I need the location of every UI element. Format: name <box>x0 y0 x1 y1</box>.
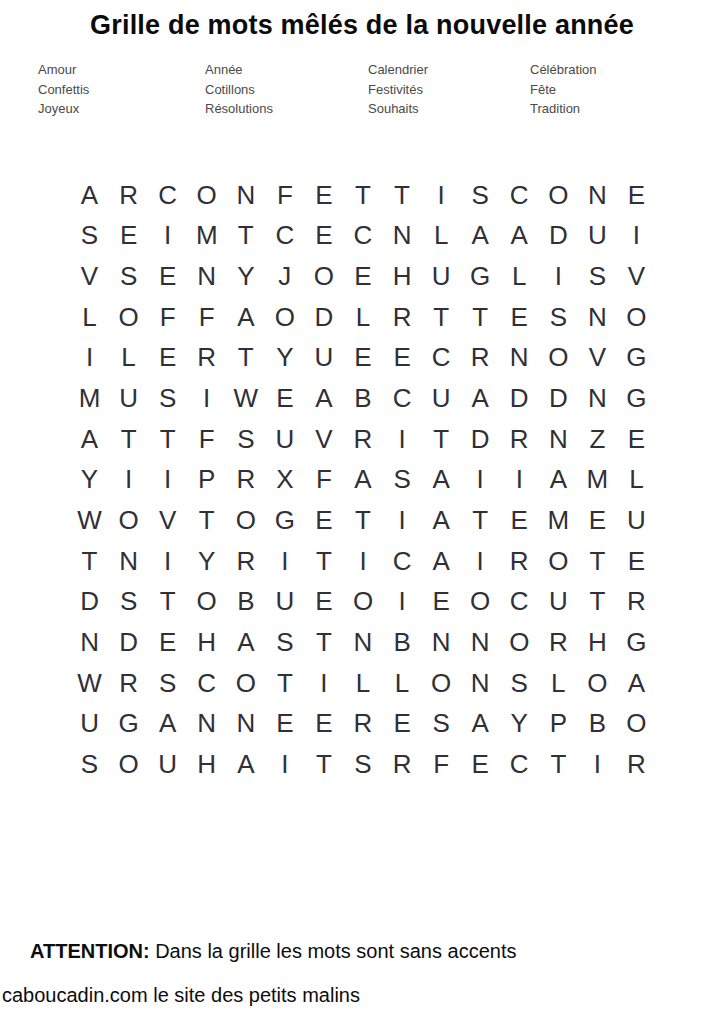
grid-cell[interactable]: N <box>187 256 226 297</box>
grid-cell[interactable]: T <box>383 175 422 216</box>
grid-cell[interactable]: S <box>383 460 422 501</box>
grid-cell[interactable]: U <box>304 338 343 379</box>
word-list-column: CélébrationFêteTradition <box>530 60 597 119</box>
grid-cell[interactable]: E <box>148 622 187 663</box>
page-title: Grille de mots mêlés de la nouvelle anné… <box>0 10 724 41</box>
grid-cell[interactable]: I <box>383 419 422 460</box>
grid-cell[interactable]: S <box>500 663 539 704</box>
grid-cell[interactable]: E <box>265 704 304 745</box>
grid-cell[interactable]: A <box>461 704 500 745</box>
grid-cell[interactable]: G <box>109 704 148 745</box>
grid-cell[interactable]: I <box>109 460 148 501</box>
grid-cell[interactable]: W <box>70 500 109 541</box>
grid-cell[interactable]: T <box>226 338 265 379</box>
grid-cell[interactable]: O <box>500 622 539 663</box>
grid-cell[interactable]: T <box>304 622 343 663</box>
word-list-column: CalendrierFestivitésSouhaits <box>368 60 428 119</box>
grid-cell[interactable]: E <box>383 338 422 379</box>
grid-cell[interactable]: O <box>461 582 500 623</box>
grid-cell[interactable]: R <box>461 338 500 379</box>
grid-cell[interactable]: T <box>343 500 382 541</box>
grid-cell[interactable]: I <box>383 582 422 623</box>
grid-cell[interactable]: I <box>304 663 343 704</box>
grid-cell[interactable]: E <box>617 419 656 460</box>
grid-cell[interactable]: O <box>187 582 226 623</box>
grid-cell[interactable]: E <box>343 256 382 297</box>
grid-cell[interactable]: L <box>70 297 109 338</box>
grid-cell[interactable]: N <box>70 622 109 663</box>
grid-cell[interactable]: R <box>226 460 265 501</box>
grid-cell[interactable]: I <box>265 541 304 582</box>
grid-cell[interactable]: I <box>500 460 539 501</box>
grid-cell[interactable]: D <box>500 378 539 419</box>
grid-cell[interactable]: G <box>265 500 304 541</box>
grid-cell[interactable]: I <box>539 256 578 297</box>
grid-cell[interactable]: F <box>265 175 304 216</box>
grid-cell[interactable]: M <box>539 500 578 541</box>
grid-cell[interactable]: V <box>148 500 187 541</box>
grid-cell[interactable]: T <box>265 663 304 704</box>
grid-cell[interactable]: B <box>226 582 265 623</box>
grid-cell[interactable]: T <box>422 297 461 338</box>
grid-cell[interactable]: O <box>226 500 265 541</box>
grid-cell[interactable]: E <box>343 338 382 379</box>
grid-cell[interactable]: V <box>304 419 343 460</box>
grid-cell[interactable]: E <box>109 216 148 257</box>
grid-cell[interactable]: U <box>148 744 187 785</box>
grid-cell[interactable]: U <box>422 378 461 419</box>
grid-cell[interactable]: L <box>617 460 656 501</box>
grid-cell[interactable]: L <box>343 297 382 338</box>
grid-cell[interactable]: S <box>148 663 187 704</box>
grid-cell[interactable]: U <box>109 378 148 419</box>
grid-cell[interactable]: N <box>226 704 265 745</box>
grid-cell[interactable]: H <box>187 744 226 785</box>
grid-cell[interactable]: T <box>461 297 500 338</box>
grid-cell[interactable]: R <box>343 704 382 745</box>
grid-cell[interactable]: S <box>461 175 500 216</box>
word-list: AmourConfettisJoyeuxAnnéeCotillonsRésolu… <box>0 60 724 120</box>
word-list-item: Année <box>205 60 273 80</box>
grid-cell[interactable]: R <box>226 541 265 582</box>
grid-cell[interactable]: F <box>187 297 226 338</box>
grid-cell[interactable]: I <box>343 541 382 582</box>
grid-cell[interactable]: A <box>226 744 265 785</box>
word-list-column: AnnéeCotillonsRésolutions <box>205 60 273 119</box>
grid-cell[interactable]: E <box>500 297 539 338</box>
grid-cell[interactable]: V <box>617 256 656 297</box>
grid-cell[interactable]: E <box>304 500 343 541</box>
grid-cell[interactable]: A <box>226 297 265 338</box>
grid-cell[interactable]: A <box>422 460 461 501</box>
grid-cell[interactable]: A <box>148 704 187 745</box>
grid-cell[interactable]: G <box>617 378 656 419</box>
grid-cell[interactable]: R <box>187 338 226 379</box>
grid-cell[interactable]: P <box>187 460 226 501</box>
grid-cell[interactable]: U <box>617 500 656 541</box>
grid-cell[interactable]: T <box>304 541 343 582</box>
grid-cell[interactable]: E <box>500 500 539 541</box>
grid-cell[interactable]: R <box>109 175 148 216</box>
grid-cell[interactable]: N <box>187 704 226 745</box>
grid-cell[interactable]: I <box>148 460 187 501</box>
grid-cell[interactable]: G <box>617 338 656 379</box>
grid-cell[interactable]: I <box>422 175 461 216</box>
grid-cell[interactable]: T <box>422 419 461 460</box>
grid-cell[interactable]: A <box>617 663 656 704</box>
word-list-item: Fête <box>530 80 597 100</box>
grid-cell[interactable]: O <box>539 541 578 582</box>
grid-cell[interactable]: T <box>343 175 382 216</box>
grid-cell[interactable]: S <box>148 378 187 419</box>
word-list-item: Tradition <box>530 99 597 119</box>
grid-cell[interactable]: W <box>70 663 109 704</box>
grid-cell[interactable]: I <box>578 744 617 785</box>
grid-cell[interactable]: N <box>500 338 539 379</box>
grid-cell[interactable]: R <box>343 419 382 460</box>
grid-cell[interactable]: O <box>109 297 148 338</box>
grid-cell[interactable]: N <box>383 216 422 257</box>
attention-label: ATTENTION: <box>30 940 150 962</box>
grid-cell[interactable]: R <box>500 419 539 460</box>
grid-cell[interactable]: S <box>578 256 617 297</box>
grid-cell[interactable]: G <box>461 256 500 297</box>
grid-cell[interactable]: F <box>304 460 343 501</box>
grid-cell[interactable]: U <box>578 216 617 257</box>
word-list-column: AmourConfettisJoyeux <box>38 60 89 119</box>
grid-cell[interactable]: P <box>539 704 578 745</box>
grid-cell[interactable]: H <box>187 622 226 663</box>
grid-cell[interactable]: E <box>461 744 500 785</box>
grid-cell[interactable]: O <box>187 175 226 216</box>
grid-cell[interactable]: O <box>422 663 461 704</box>
grid-cell[interactable]: O <box>109 744 148 785</box>
grid-cell[interactable]: S <box>265 622 304 663</box>
grid-cell[interactable]: M <box>187 216 226 257</box>
grid-cell[interactable]: C <box>187 663 226 704</box>
attention-note: ATTENTION: Dans la grille les mots sont … <box>30 940 516 963</box>
grid-cell[interactable]: R <box>539 622 578 663</box>
grid-cell[interactable]: I <box>148 541 187 582</box>
grid-cell[interactable]: S <box>70 216 109 257</box>
grid-cell[interactable]: E <box>304 582 343 623</box>
grid-cell[interactable]: U <box>70 704 109 745</box>
word-list-item: Célébration <box>530 60 597 80</box>
grid-cell[interactable]: X <box>265 460 304 501</box>
grid-cell[interactable]: C <box>500 175 539 216</box>
grid-cell[interactable]: N <box>343 622 382 663</box>
grid-cell[interactable]: D <box>461 419 500 460</box>
grid-cell[interactable]: O <box>304 256 343 297</box>
grid-cell[interactable]: C <box>383 541 422 582</box>
grid-cell[interactable]: Y <box>226 256 265 297</box>
grid-cell[interactable]: M <box>578 460 617 501</box>
grid-cell[interactable]: A <box>461 216 500 257</box>
grid-cell[interactable]: E <box>265 378 304 419</box>
word-list-item: Souhaits <box>368 99 428 119</box>
word-list-item: Cotillons <box>205 80 273 100</box>
grid-cell[interactable]: T <box>187 500 226 541</box>
grid-cell[interactable]: I <box>383 500 422 541</box>
grid-cell[interactable]: D <box>539 378 578 419</box>
grid-cell[interactable]: I <box>70 338 109 379</box>
grid-cell[interactable]: C <box>500 744 539 785</box>
grid-cell[interactable]: O <box>265 297 304 338</box>
grid-cell[interactable]: E <box>148 256 187 297</box>
grid-cell[interactable]: A <box>70 419 109 460</box>
grid-cell[interactable]: L <box>109 338 148 379</box>
grid-cell[interactable]: C <box>383 378 422 419</box>
grid-cell[interactable]: T <box>226 216 265 257</box>
grid-cell[interactable]: I <box>461 541 500 582</box>
grid-cell[interactable]: C <box>422 338 461 379</box>
grid-cell[interactable]: E <box>383 704 422 745</box>
grid-cell[interactable]: V <box>70 256 109 297</box>
word-list-item: Joyeux <box>38 99 89 119</box>
grid-cell[interactable]: I <box>187 378 226 419</box>
grid-cell[interactable]: C <box>265 216 304 257</box>
grid-cell[interactable]: E <box>304 175 343 216</box>
grid-cell[interactable]: O <box>109 500 148 541</box>
grid-cell[interactable]: L <box>500 256 539 297</box>
grid-cell[interactable]: O <box>539 175 578 216</box>
grid-cell[interactable]: T <box>578 541 617 582</box>
grid-cell[interactable]: T <box>539 744 578 785</box>
grid-cell[interactable]: A <box>539 460 578 501</box>
grid-cell[interactable]: A <box>226 622 265 663</box>
grid-cell[interactable]: Y <box>500 704 539 745</box>
grid-cell[interactable]: L <box>539 663 578 704</box>
grid-cell[interactable]: G <box>617 622 656 663</box>
grid-cell[interactable]: R <box>617 744 656 785</box>
grid-cell[interactable]: O <box>617 297 656 338</box>
grid-cell[interactable]: R <box>109 663 148 704</box>
grid-cell[interactable]: C <box>148 175 187 216</box>
grid-cell[interactable]: F <box>422 744 461 785</box>
grid-cell[interactable]: S <box>70 744 109 785</box>
grid-cell[interactable]: H <box>578 622 617 663</box>
grid-cell[interactable]: N <box>422 622 461 663</box>
word-list-item: Amour <box>38 60 89 80</box>
grid-cell[interactable]: T <box>70 541 109 582</box>
grid-cell[interactable]: O <box>343 582 382 623</box>
grid-cell[interactable]: A <box>422 541 461 582</box>
grid-cell[interactable]: O <box>226 663 265 704</box>
word-list-item: Calendrier <box>368 60 428 80</box>
grid-cell[interactable]: I <box>617 216 656 257</box>
grid-cell[interactable]: D <box>109 622 148 663</box>
grid-cell[interactable]: I <box>461 460 500 501</box>
grid-cell[interactable]: A <box>304 378 343 419</box>
grid-cell[interactable]: L <box>343 663 382 704</box>
grid-cell[interactable]: U <box>265 419 304 460</box>
grid-cell[interactable]: L <box>422 216 461 257</box>
grid-cell[interactable]: R <box>500 541 539 582</box>
word-search-grid: ARCONFETTISCONESEIMTCECNLAADUIVSENYJOEHU… <box>70 175 656 785</box>
grid-cell[interactable]: A <box>461 378 500 419</box>
grid-cell[interactable]: E <box>617 175 656 216</box>
grid-cell[interactable]: A <box>70 175 109 216</box>
grid-cell[interactable]: A <box>500 216 539 257</box>
grid-cell[interactable]: D <box>70 582 109 623</box>
word-list-item: Festivités <box>368 80 428 100</box>
grid-cell[interactable]: O <box>578 663 617 704</box>
grid-cell[interactable]: N <box>578 378 617 419</box>
grid-cell[interactable]: U <box>539 582 578 623</box>
grid-cell[interactable]: U <box>265 582 304 623</box>
word-list-item: Confettis <box>38 80 89 100</box>
grid-cell[interactable]: O <box>617 704 656 745</box>
grid-cell[interactable]: J <box>265 256 304 297</box>
grid-cell[interactable]: T <box>578 582 617 623</box>
grid-cell[interactable]: S <box>109 582 148 623</box>
grid-cell[interactable]: S <box>343 744 382 785</box>
word-list-item: Résolutions <box>205 99 273 119</box>
grid-cell[interactable]: F <box>148 297 187 338</box>
grid-cell[interactable]: E <box>304 704 343 745</box>
grid-cell[interactable]: F <box>187 419 226 460</box>
grid-cell[interactable]: S <box>226 419 265 460</box>
grid-cell[interactable]: A <box>343 460 382 501</box>
grid-cell[interactable]: E <box>578 500 617 541</box>
footer-credit: caboucadin.com le site des petits malins <box>2 984 360 1007</box>
grid-cell[interactable]: W <box>226 378 265 419</box>
grid-cell[interactable]: E <box>617 541 656 582</box>
grid-cell[interactable]: T <box>461 500 500 541</box>
grid-cell[interactable]: B <box>343 378 382 419</box>
grid-cell[interactable]: B <box>383 622 422 663</box>
grid-cell[interactable]: N <box>539 419 578 460</box>
grid-cell[interactable]: N <box>226 175 265 216</box>
grid-cell[interactable]: V <box>578 338 617 379</box>
grid-cell[interactable]: Z <box>578 419 617 460</box>
grid-cell[interactable]: T <box>109 419 148 460</box>
grid-cell[interactable]: S <box>539 297 578 338</box>
grid-cell[interactable]: R <box>383 744 422 785</box>
grid-cell[interactable]: M <box>70 378 109 419</box>
grid-cell[interactable]: I <box>148 216 187 257</box>
grid-cell[interactable]: B <box>578 704 617 745</box>
grid-cell[interactable]: L <box>383 663 422 704</box>
grid-cell[interactable]: I <box>265 744 304 785</box>
grid-cell[interactable]: Y <box>70 460 109 501</box>
grid-cell[interactable]: C <box>500 582 539 623</box>
grid-cell[interactable]: T <box>304 744 343 785</box>
grid-cell[interactable]: R <box>383 297 422 338</box>
grid-cell[interactable]: E <box>148 338 187 379</box>
grid-cell[interactable]: N <box>578 175 617 216</box>
grid-cell[interactable]: S <box>422 704 461 745</box>
grid-cell[interactable]: T <box>148 582 187 623</box>
grid-cell[interactable]: A <box>422 500 461 541</box>
grid-cell[interactable]: D <box>539 216 578 257</box>
grid-cell[interactable]: N <box>461 622 500 663</box>
grid-cell[interactable]: N <box>461 663 500 704</box>
grid-cell[interactable]: H <box>383 256 422 297</box>
grid-cell[interactable]: N <box>578 297 617 338</box>
grid-cell[interactable]: N <box>109 541 148 582</box>
grid-cell[interactable]: D <box>304 297 343 338</box>
grid-cell[interactable]: U <box>422 256 461 297</box>
grid-cell[interactable]: S <box>109 256 148 297</box>
grid-cell[interactable]: E <box>304 216 343 257</box>
grid-cell[interactable]: O <box>539 338 578 379</box>
grid-cell[interactable]: E <box>422 582 461 623</box>
grid-cell[interactable]: R <box>617 582 656 623</box>
grid-cell[interactable]: T <box>148 419 187 460</box>
grid-cell[interactable]: Y <box>265 338 304 379</box>
attention-text: Dans la grille les mots sont sans accent… <box>150 940 517 962</box>
grid-cell[interactable]: C <box>343 216 382 257</box>
grid-cell[interactable]: Y <box>187 541 226 582</box>
